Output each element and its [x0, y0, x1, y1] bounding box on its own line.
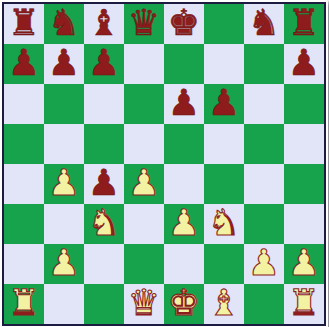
square-h2[interactable]: ♟: [284, 244, 324, 284]
square-e6[interactable]: ♟: [164, 84, 204, 124]
square-h8[interactable]: ♜: [284, 4, 324, 44]
piece-white-bishop[interactable]: ♝: [208, 284, 240, 323]
piece-white-pawn[interactable]: ♟: [288, 244, 320, 283]
square-a3[interactable]: [4, 204, 44, 244]
square-c1[interactable]: [84, 284, 124, 324]
piece-black-knight[interactable]: ♞: [248, 4, 280, 43]
square-f4[interactable]: [204, 164, 244, 204]
piece-white-rook[interactable]: ♜: [8, 284, 40, 323]
piece-white-pawn[interactable]: ♟: [248, 244, 280, 283]
square-h5[interactable]: [284, 124, 324, 164]
square-b3[interactable]: [44, 204, 84, 244]
piece-black-king[interactable]: ♚: [168, 4, 200, 43]
square-c3[interactable]: ♞: [84, 204, 124, 244]
square-c4[interactable]: ♟: [84, 164, 124, 204]
square-a5[interactable]: [4, 124, 44, 164]
square-c7[interactable]: ♟: [84, 44, 124, 84]
square-f6[interactable]: ♟: [204, 84, 244, 124]
square-e5[interactable]: [164, 124, 204, 164]
square-e7[interactable]: [164, 44, 204, 84]
chess-board-border: ♜♞♝♛♚♞♜♟♟♟♟♟♟♟♟♟♞♟♞♟♟♟♜♛♚♝♜: [2, 2, 326, 326]
piece-black-pawn[interactable]: ♟: [288, 44, 320, 83]
square-f8[interactable]: [204, 4, 244, 44]
square-a7[interactable]: ♟: [4, 44, 44, 84]
square-b2[interactable]: ♟: [44, 244, 84, 284]
piece-black-bishop[interactable]: ♝: [88, 4, 120, 43]
square-b1[interactable]: [44, 284, 84, 324]
chess-board-panel: ♜♞♝♛♚♞♜♟♟♟♟♟♟♟♟♟♞♟♞♟♟♟♜♛♚♝♜: [0, 0, 328, 327]
square-d4[interactable]: ♟: [124, 164, 164, 204]
square-c8[interactable]: ♝: [84, 4, 124, 44]
square-d2[interactable]: [124, 244, 164, 284]
square-g6[interactable]: [244, 84, 284, 124]
piece-black-pawn[interactable]: ♟: [208, 84, 240, 123]
square-g3[interactable]: [244, 204, 284, 244]
square-d1[interactable]: ♛: [124, 284, 164, 324]
piece-white-pawn[interactable]: ♟: [48, 164, 80, 203]
piece-black-pawn[interactable]: ♟: [88, 164, 120, 203]
square-b5[interactable]: [44, 124, 84, 164]
square-d3[interactable]: [124, 204, 164, 244]
square-g5[interactable]: [244, 124, 284, 164]
square-b7[interactable]: ♟: [44, 44, 84, 84]
square-c2[interactable]: [84, 244, 124, 284]
square-e2[interactable]: [164, 244, 204, 284]
square-g4[interactable]: [244, 164, 284, 204]
piece-black-pawn[interactable]: ♟: [168, 84, 200, 123]
square-e3[interactable]: ♟: [164, 204, 204, 244]
screenshot-stage: ♜♞♝♛♚♞♜♟♟♟♟♟♟♟♟♟♞♟♞♟♟♟♜♛♚♝♜: [0, 0, 329, 327]
piece-black-pawn[interactable]: ♟: [88, 44, 120, 83]
square-e1[interactable]: ♚: [164, 284, 204, 324]
square-b4[interactable]: ♟: [44, 164, 84, 204]
square-g8[interactable]: ♞: [244, 4, 284, 44]
piece-white-king[interactable]: ♚: [168, 284, 200, 323]
square-h4[interactable]: [284, 164, 324, 204]
square-b8[interactable]: ♞: [44, 4, 84, 44]
square-d6[interactable]: [124, 84, 164, 124]
square-d7[interactable]: [124, 44, 164, 84]
square-d8[interactable]: ♛: [124, 4, 164, 44]
piece-black-pawn[interactable]: ♟: [8, 44, 40, 83]
piece-black-rook[interactable]: ♜: [288, 4, 320, 43]
piece-white-queen[interactable]: ♛: [128, 284, 160, 323]
piece-black-rook[interactable]: ♜: [8, 4, 40, 43]
piece-white-pawn[interactable]: ♟: [128, 164, 160, 203]
square-f3[interactable]: ♞: [204, 204, 244, 244]
square-h6[interactable]: [284, 84, 324, 124]
square-e8[interactable]: ♚: [164, 4, 204, 44]
square-a4[interactable]: [4, 164, 44, 204]
square-a1[interactable]: ♜: [4, 284, 44, 324]
square-h3[interactable]: [284, 204, 324, 244]
square-a8[interactable]: ♜: [4, 4, 44, 44]
square-b6[interactable]: [44, 84, 84, 124]
square-c6[interactable]: [84, 84, 124, 124]
square-h1[interactable]: ♜: [284, 284, 324, 324]
piece-black-queen[interactable]: ♛: [128, 4, 160, 43]
square-f7[interactable]: [204, 44, 244, 84]
square-g1[interactable]: [244, 284, 284, 324]
square-h7[interactable]: ♟: [284, 44, 324, 84]
chess-board: ♜♞♝♛♚♞♜♟♟♟♟♟♟♟♟♟♞♟♞♟♟♟♜♛♚♝♜: [4, 4, 324, 324]
piece-black-knight[interactable]: ♞: [48, 4, 80, 43]
square-g7[interactable]: [244, 44, 284, 84]
square-f1[interactable]: ♝: [204, 284, 244, 324]
square-f2[interactable]: [204, 244, 244, 284]
piece-white-pawn[interactable]: ♟: [168, 204, 200, 243]
square-a2[interactable]: [4, 244, 44, 284]
square-a6[interactable]: [4, 84, 44, 124]
piece-white-knight[interactable]: ♞: [88, 204, 120, 243]
piece-white-pawn[interactable]: ♟: [48, 244, 80, 283]
square-e4[interactable]: [164, 164, 204, 204]
square-f5[interactable]: [204, 124, 244, 164]
square-d5[interactable]: [124, 124, 164, 164]
piece-white-rook[interactable]: ♜: [288, 284, 320, 323]
piece-white-knight[interactable]: ♞: [208, 204, 240, 243]
square-c5[interactable]: [84, 124, 124, 164]
square-g2[interactable]: ♟: [244, 244, 284, 284]
piece-black-pawn[interactable]: ♟: [48, 44, 80, 83]
